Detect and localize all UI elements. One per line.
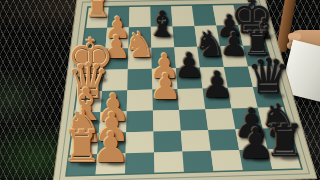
chess-board[interactable]: [0, 0, 320, 180]
video-frame: ♜♞♛♜♚♟♟♟♟♟♞♟♟♟♝♞♟♟♟♟♟♜♞♝♛♚♜♝: [0, 0, 320, 180]
board-sheen: [53, 0, 317, 180]
